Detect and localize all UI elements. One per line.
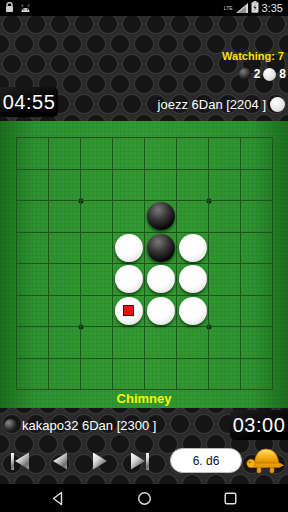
white-disc bbox=[147, 265, 175, 293]
board-cell-b1[interactable] bbox=[49, 138, 81, 170]
board-cell-a3[interactable] bbox=[17, 201, 49, 233]
board-cell-c7[interactable] bbox=[81, 327, 113, 359]
board-cell-f5[interactable] bbox=[177, 264, 209, 296]
board-cell-h6[interactable] bbox=[241, 296, 273, 328]
board-cell-b6[interactable] bbox=[49, 296, 81, 328]
black-player-clock: 03:00 bbox=[230, 410, 288, 440]
board-cell-f8[interactable] bbox=[177, 359, 209, 391]
skip-to-start-icon bbox=[11, 453, 14, 470]
lock-icon bbox=[5, 0, 14, 17]
black-player-name: kakapo32 6Dan [2300 ] bbox=[22, 418, 156, 433]
board-cell-b5[interactable] bbox=[49, 264, 81, 296]
playback-controls bbox=[8, 446, 152, 476]
board-cell-c8[interactable] bbox=[81, 359, 113, 391]
board-cell-a1[interactable] bbox=[17, 138, 49, 170]
white-disc bbox=[179, 234, 207, 262]
white-player-name: joezz 6Dan [2204 ] bbox=[158, 97, 266, 112]
board-cell-d8[interactable] bbox=[113, 359, 145, 391]
step-forward-icon bbox=[93, 453, 107, 470]
black-disc bbox=[147, 202, 175, 230]
network-type-label: LTE bbox=[224, 6, 233, 11]
board-cell-a7[interactable] bbox=[17, 327, 49, 359]
board-cell-c2[interactable] bbox=[81, 170, 113, 202]
board-cell-d4[interactable] bbox=[113, 233, 145, 265]
black-player-disc-icon bbox=[4, 419, 17, 432]
black-player-row: kakapo32 6Dan [2300 ] bbox=[4, 418, 156, 433]
white-disc bbox=[179, 265, 207, 293]
board-cell-d6[interactable] bbox=[113, 296, 145, 328]
board-cell-d2[interactable] bbox=[113, 170, 145, 202]
watching-count: Watching: 7 bbox=[222, 50, 284, 62]
board-cell-c3[interactable] bbox=[81, 201, 113, 233]
board-cell-h2[interactable] bbox=[241, 170, 273, 202]
back-icon[interactable] bbox=[50, 491, 65, 506]
board-cell-g6[interactable] bbox=[209, 296, 241, 328]
step-back-icon bbox=[53, 453, 67, 470]
board-cell-e3[interactable] bbox=[145, 201, 177, 233]
board-cell-h4[interactable] bbox=[241, 233, 273, 265]
board-cell-b7[interactable] bbox=[49, 327, 81, 359]
board-cell-e6[interactable] bbox=[145, 296, 177, 328]
skip-to-end-button[interactable] bbox=[128, 449, 152, 473]
board-cell-g8[interactable] bbox=[209, 359, 241, 391]
board-cell-d3[interactable] bbox=[113, 201, 145, 233]
board-cell-a5[interactable] bbox=[17, 264, 49, 296]
board-cell-a6[interactable] bbox=[17, 296, 49, 328]
board-cell-e4[interactable] bbox=[145, 233, 177, 265]
board-cell-e5[interactable] bbox=[145, 264, 177, 296]
board-cell-h5[interactable] bbox=[241, 264, 273, 296]
board-cell-g5[interactable] bbox=[209, 264, 241, 296]
board-cell-d1[interactable] bbox=[113, 138, 145, 170]
signal-icon bbox=[236, 0, 248, 17]
board-cell-b2[interactable] bbox=[49, 170, 81, 202]
skip-to-end-icon bbox=[131, 453, 145, 470]
board-cell-e1[interactable] bbox=[145, 138, 177, 170]
white-disc bbox=[115, 265, 143, 293]
battery-charging-icon bbox=[251, 0, 259, 17]
board-cell-a4[interactable] bbox=[17, 233, 49, 265]
disc-score: 2 8 bbox=[239, 67, 286, 81]
step-back-button[interactable] bbox=[48, 449, 72, 473]
white-player-clock: 04:55 bbox=[0, 87, 58, 117]
board-cell-a2[interactable] bbox=[17, 170, 49, 202]
recents-icon[interactable] bbox=[223, 491, 238, 506]
board-cell-g2[interactable] bbox=[209, 170, 241, 202]
board-cell-c6[interactable] bbox=[81, 296, 113, 328]
board-cell-c4[interactable] bbox=[81, 233, 113, 265]
board-cell-f1[interactable] bbox=[177, 138, 209, 170]
white-score: 8 bbox=[279, 67, 286, 81]
android-debug-icon bbox=[20, 0, 31, 17]
board-cell-b4[interactable] bbox=[49, 233, 81, 265]
turtle-icon[interactable] bbox=[246, 443, 284, 478]
board-cell-f4[interactable] bbox=[177, 233, 209, 265]
board-cell-g1[interactable] bbox=[209, 138, 241, 170]
board-cell-h8[interactable] bbox=[241, 359, 273, 391]
current-move-button[interactable]: 6. d6 bbox=[170, 448, 242, 473]
android-nav-bar bbox=[0, 484, 288, 512]
board-cell-e2[interactable] bbox=[145, 170, 177, 202]
board-cell-f2[interactable] bbox=[177, 170, 209, 202]
board-cell-a8[interactable] bbox=[17, 359, 49, 391]
white-player-disc-icon bbox=[270, 97, 285, 112]
board-cell-d5[interactable] bbox=[113, 264, 145, 296]
board-cell-b3[interactable] bbox=[49, 201, 81, 233]
app-screen: LTE 3:35 Watching: 7 2 8 04:55 joezz 6Da… bbox=[0, 0, 288, 512]
white-disc bbox=[147, 297, 175, 325]
board-cell-g7[interactable] bbox=[209, 327, 241, 359]
board-cell-h3[interactable] bbox=[241, 201, 273, 233]
white-disc bbox=[179, 297, 207, 325]
reversi-board: Chimney bbox=[0, 121, 288, 408]
board-cell-d7[interactable] bbox=[113, 327, 145, 359]
white-disc-icon bbox=[263, 68, 276, 81]
board-cell-f3[interactable] bbox=[177, 201, 209, 233]
white-player-row: joezz 6Dan [2204 ] bbox=[158, 97, 285, 112]
white-disc bbox=[115, 297, 143, 325]
last-move-marker bbox=[123, 305, 134, 316]
white-disc bbox=[115, 234, 143, 262]
board-cell-h7[interactable] bbox=[241, 327, 273, 359]
step-forward-button[interactable] bbox=[88, 449, 112, 473]
board-cell-g3[interactable] bbox=[209, 201, 241, 233]
clock-time: 3:35 bbox=[262, 2, 283, 14]
black-disc-icon bbox=[239, 68, 251, 80]
status-bar: LTE 3:35 bbox=[0, 0, 288, 16]
board-cell-c1[interactable] bbox=[81, 138, 113, 170]
board-cell-h1[interactable] bbox=[241, 138, 273, 170]
board-cell-b8[interactable] bbox=[49, 359, 81, 391]
board-cell-c5[interactable] bbox=[81, 264, 113, 296]
board-grid bbox=[16, 137, 273, 390]
black-score: 2 bbox=[254, 67, 261, 81]
board-cell-g4[interactable] bbox=[209, 233, 241, 265]
skip-to-start-button[interactable] bbox=[8, 449, 32, 473]
board-cell-e8[interactable] bbox=[145, 359, 177, 391]
board-cell-f7[interactable] bbox=[177, 327, 209, 359]
board-cell-f6[interactable] bbox=[177, 296, 209, 328]
black-disc bbox=[147, 234, 175, 262]
board-cell-e7[interactable] bbox=[145, 327, 177, 359]
opening-name: Chimney bbox=[0, 391, 288, 406]
home-icon[interactable] bbox=[137, 491, 152, 506]
